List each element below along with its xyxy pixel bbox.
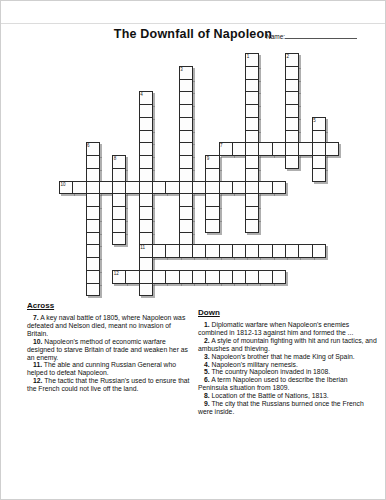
grid-cell[interactable] [219,181,233,195]
grid-cell[interactable] [232,181,246,195]
grid-cell[interactable] [139,181,153,195]
grid-cell[interactable] [205,181,219,195]
clue-number: 7 [220,143,223,148]
grid-cell[interactable] [86,232,100,246]
grid-cell[interactable] [245,130,259,144]
clue-number: 9 [207,156,210,161]
grid-cell[interactable]: 6 [86,142,100,156]
grid-cell[interactable] [245,91,259,105]
across-clues-section: Across 7. A key naval battle of 1805, wh… [27,301,191,393]
grid-cell[interactable] [139,232,153,246]
grid-cell[interactable] [139,155,153,169]
grid-cell[interactable] [245,104,259,118]
grid-cell[interactable] [285,117,299,131]
grid-cell[interactable] [245,79,259,93]
grid-cell[interactable] [179,104,193,118]
grid-cell[interactable] [285,104,299,118]
grid-cell[interactable] [179,193,193,207]
clue-number-label: 9. [204,400,210,407]
clue-number-label: 4. [204,361,210,368]
clue-number: 5 [313,118,316,123]
grid-cell[interactable] [139,206,153,220]
grid-cell[interactable] [112,232,126,246]
grid-cell[interactable] [272,244,286,258]
grid-cell[interactable] [179,142,193,156]
grid-cell[interactable]: 12 [112,270,126,284]
grid-cell[interactable] [179,155,193,169]
clue: 7. A key naval battle of 1805, where Nap… [27,314,191,338]
clue-number: 1 [247,54,250,59]
grid-cell[interactable] [219,270,233,284]
grid-cell[interactable]: 4 [139,91,153,105]
grid-cell[interactable] [112,206,126,220]
clue-number-label: 7. [33,314,39,321]
clue: 4. Napoleon's military nemesis. [198,361,379,369]
clue-number-label: 6. [204,376,210,383]
clue: 12. The tactic that the Russian's used t… [27,377,191,393]
grid-cell[interactable] [205,206,219,220]
grid-cell[interactable] [312,142,326,156]
grid-cell[interactable] [139,104,153,118]
grid-cell[interactable] [72,181,86,195]
grid-cell[interactable] [245,206,259,220]
clue-number-label: 3. [204,353,210,360]
grid-cell[interactable] [86,270,100,284]
grid-cell[interactable] [245,117,259,131]
grid-cell[interactable] [179,244,193,258]
worksheet-page: The Downfall of Napoleon Name: 123456789… [0,0,386,500]
grid-cell[interactable] [232,270,246,284]
grid-cell[interactable] [312,244,326,258]
grid-cell[interactable] [179,130,193,144]
grid-cell[interactable] [325,142,339,156]
grid-cell[interactable] [125,270,139,284]
grid-cell[interactable] [139,270,153,284]
grid-cell[interactable] [86,168,100,182]
grid-cell[interactable] [312,130,326,144]
grid-cell[interactable]: 1 [245,53,259,67]
grid-cell[interactable] [192,270,206,284]
grid-cell[interactable]: 7 [219,142,233,156]
grid-cell[interactable]: 8 [112,155,126,169]
clue: 10. Napoleon's method of economic warfar… [27,338,191,362]
clue: 9. The city that the Russians burned onc… [198,400,379,416]
grid-cell[interactable] [192,244,206,258]
grid-cell[interactable] [272,270,286,284]
grid-cell[interactable] [205,270,219,284]
down-clue-list: 1. Diplomatic warfare when Napoleon's en… [198,321,379,416]
grid-cell[interactable] [312,168,326,182]
grid-cell[interactable] [258,244,272,258]
grid-cell[interactable] [205,193,219,207]
grid-cell[interactable]: 11 [139,244,153,258]
grid-cell[interactable] [112,168,126,182]
grid-cell[interactable] [112,219,126,233]
across-clue-list: 7. A key naval battle of 1805, where Nap… [27,314,191,393]
grid-cell[interactable]: 3 [179,66,193,80]
grid-cell[interactable] [86,193,100,207]
grid-cell[interactable] [139,117,153,131]
grid-cell[interactable] [219,244,233,258]
clue-number-label: 11. [33,361,42,368]
grid-cell[interactable] [232,244,246,258]
page-top-rule [1,23,385,24]
grid-cell[interactable] [298,142,312,156]
grid-cell[interactable] [285,244,299,258]
name-field: Name: [266,32,357,40]
grid-cell[interactable] [86,155,100,169]
clue-number: 4 [140,92,143,97]
grid-cell[interactable] [272,142,286,156]
grid-cell[interactable] [99,181,113,195]
grid-cell[interactable] [112,181,126,195]
grid-cell[interactable] [86,283,100,297]
clue-number-label: 12. [33,377,42,384]
grid-cell[interactable] [179,270,193,284]
crossword-grid: 123456789101112 [59,53,338,295]
grid-cell[interactable] [112,193,126,207]
grid-cell[interactable] [285,66,299,80]
grid-cell[interactable] [165,181,179,195]
down-clues-section: Down 1. Diplomatic warfare when Napoleon… [198,308,379,416]
grid-cell[interactable] [285,79,299,93]
grid-cell[interactable] [192,181,206,195]
grid-cell[interactable] [245,155,259,169]
clue-number-label: 2. [204,337,210,344]
grid-cell[interactable] [285,142,299,156]
grid-cell[interactable] [179,232,193,246]
grid-cell[interactable] [86,219,100,233]
grid-cell[interactable]: 10 [59,181,73,195]
grid-cell[interactable] [245,244,259,258]
grid-cell[interactable] [179,79,193,93]
clue-number: 11 [140,245,145,250]
grid-cell[interactable] [258,142,272,156]
grid-cell[interactable] [152,270,166,284]
down-header: Down [198,308,379,317]
clue: 5. The country Napoleon invaded in 1808. [198,368,379,376]
clue-number-label: 5. [204,368,210,375]
clue: 8. Location of the Battle of Nations, 18… [198,392,379,400]
grid-cell[interactable] [285,91,299,105]
name-blank-line[interactable] [285,32,357,39]
clue: 6. A term Napoleon used to describe the … [198,376,379,392]
grid-cell[interactable] [152,244,166,258]
clue: 2. A style of mountain fighting with hit… [198,337,379,353]
clue-number: 10 [61,182,66,187]
grid-cell[interactable] [179,168,193,182]
grid-cell[interactable] [139,283,153,297]
grid-cell[interactable] [86,206,100,220]
grid-cell[interactable] [245,193,259,207]
grid-cell[interactable] [285,130,299,144]
grid-cell[interactable] [179,91,193,105]
grid-cell[interactable] [179,219,193,233]
grid-cell[interactable] [165,244,179,258]
clue-number: 3 [180,67,183,72]
grid-cell[interactable]: 9 [205,155,219,169]
grid-cell[interactable] [205,168,219,182]
grid-cell[interactable] [245,142,259,156]
clue: 1. Diplomatic warfare when Napoleon's en… [198,321,379,337]
grid-cell[interactable] [139,130,153,144]
clue-number: 8 [114,156,117,161]
grid-cell[interactable] [245,270,259,284]
clue: 3. Napoleon's brother that he made King … [198,353,379,361]
grid-cell[interactable] [245,66,259,80]
clue-number-label: 10. [33,338,42,345]
grid-cell[interactable] [245,181,259,195]
grid-cell[interactable] [272,181,286,195]
grid-cell[interactable] [205,219,219,233]
grid-cell[interactable] [139,193,153,207]
name-label: Name: [266,33,285,40]
grid-cell[interactable]: 5 [312,117,326,131]
grid-cell[interactable] [205,244,219,258]
grid-cell[interactable] [258,181,272,195]
grid-cell[interactable] [86,257,100,271]
grid-cell[interactable] [139,257,153,271]
clue-number-label: 1. [204,321,210,328]
grid-cell[interactable] [232,142,246,156]
grid-cell[interactable] [86,244,100,258]
grid-cell[interactable] [179,206,193,220]
grid-cell[interactable] [139,142,153,156]
grid-cell[interactable] [179,181,193,195]
clue-number: 12 [114,271,119,276]
grid-cell[interactable] [152,181,166,195]
grid-cell[interactable] [245,219,259,233]
grid-cell[interactable] [139,219,153,233]
clue-number: 2 [287,54,290,59]
grid-cell[interactable] [86,181,100,195]
grid-cell[interactable] [245,168,259,182]
grid-cell[interactable] [139,168,153,182]
clue-number: 6 [87,143,90,148]
across-header: Across [27,301,191,310]
clue-number-label: 8. [204,392,210,399]
grid-cell[interactable] [179,117,193,131]
grid-cell[interactable] [312,155,326,169]
grid-cell[interactable] [285,155,299,169]
grid-cell[interactable] [298,244,312,258]
clue: 11. The able and cunning Russian General… [27,361,191,377]
grid-cell[interactable] [125,181,139,195]
grid-cell[interactable] [165,270,179,284]
grid-cell[interactable]: 2 [285,53,299,67]
grid-cell[interactable] [258,270,272,284]
